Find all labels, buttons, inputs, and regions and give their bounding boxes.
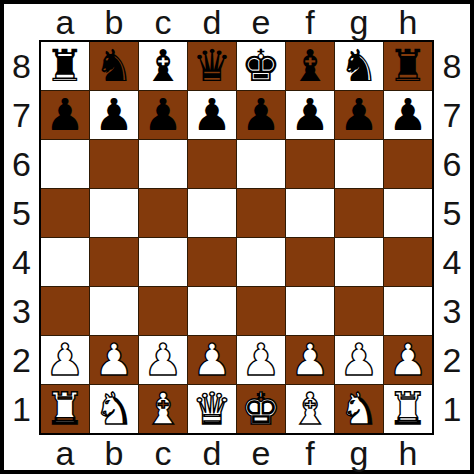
black-rook: ♜: [45, 44, 84, 88]
black-bishop: ♝: [143, 44, 182, 88]
square-e6[interactable]: [237, 140, 285, 188]
square-f1[interactable]: ♝: [286, 385, 334, 433]
square-a5[interactable]: [41, 189, 89, 237]
square-h3[interactable]: [384, 287, 432, 335]
white-bishop: ♝: [290, 387, 329, 431]
rank-label-8: 8: [434, 49, 470, 83]
black-pawn: ♟: [192, 93, 231, 137]
square-g4[interactable]: [335, 238, 383, 286]
square-g6[interactable]: [335, 140, 383, 188]
white-pawn: ♟: [143, 338, 182, 382]
square-f4[interactable]: [286, 238, 334, 286]
white-pawn: ♟: [94, 338, 133, 382]
square-f7[interactable]: ♟: [286, 91, 334, 139]
square-c5[interactable]: [139, 189, 187, 237]
black-pawn: ♟: [241, 93, 280, 137]
square-b6[interactable]: [90, 140, 138, 188]
white-bishop: ♝: [143, 387, 182, 431]
square-f3[interactable]: [286, 287, 334, 335]
square-h4[interactable]: [384, 238, 432, 286]
file-label-g: g: [335, 5, 383, 39]
square-e7[interactable]: ♟: [237, 91, 285, 139]
file-label-h: h: [384, 5, 432, 39]
white-pawn: ♟: [192, 338, 231, 382]
file-labels-bottom: abcdefgh: [39, 435, 434, 470]
rank-label-7: 7: [4, 98, 39, 132]
white-pawn: ♟: [339, 338, 378, 382]
square-a7[interactable]: ♟: [41, 91, 89, 139]
square-h2[interactable]: ♟: [384, 336, 432, 384]
file-label-f: f: [286, 436, 334, 470]
square-h1[interactable]: ♜: [384, 385, 432, 433]
board: ♜♞♝♛♚♝♞♜♟♟♟♟♟♟♟♟♟♟♟♟♟♟♟♟♜♞♝♛♚♝♞♜: [39, 40, 434, 435]
rank-label-6: 6: [4, 147, 39, 181]
rank-label-4: 4: [4, 245, 39, 279]
square-h8[interactable]: ♜: [384, 42, 432, 90]
square-c1[interactable]: ♝: [139, 385, 187, 433]
square-b4[interactable]: [90, 238, 138, 286]
black-queen: ♛: [192, 44, 231, 88]
square-g8[interactable]: ♞: [335, 42, 383, 90]
square-b1[interactable]: ♞: [90, 385, 138, 433]
square-d6[interactable]: [188, 140, 236, 188]
square-c7[interactable]: ♟: [139, 91, 187, 139]
file-label-a: a: [41, 5, 89, 39]
white-queen: ♛: [192, 387, 231, 431]
black-king: ♚: [241, 44, 280, 88]
file-label-e: e: [237, 5, 285, 39]
square-e3[interactable]: [237, 287, 285, 335]
square-h6[interactable]: [384, 140, 432, 188]
file-label-c: c: [139, 5, 187, 39]
rank-label-5: 5: [434, 196, 470, 230]
rank-label-3: 3: [434, 294, 470, 328]
square-f6[interactable]: [286, 140, 334, 188]
square-d8[interactable]: ♛: [188, 42, 236, 90]
chessboard-diagram: abcdefgh 87654321 ♜♞♝♛♚♝♞♜♟♟♟♟♟♟♟♟♟♟♟♟♟♟…: [0, 0, 474, 474]
black-bishop: ♝: [290, 44, 329, 88]
white-pawn: ♟: [45, 338, 84, 382]
black-knight: ♞: [339, 44, 378, 88]
file-label-h: h: [384, 436, 432, 470]
rank-label-1: 1: [434, 392, 470, 426]
square-c3[interactable]: [139, 287, 187, 335]
rank-label-1: 1: [4, 392, 39, 426]
rank-labels-right: 87654321: [434, 40, 470, 435]
black-pawn: ♟: [290, 93, 329, 137]
square-f8[interactable]: ♝: [286, 42, 334, 90]
square-g7[interactable]: ♟: [335, 91, 383, 139]
white-king: ♚: [241, 387, 280, 431]
white-pawn: ♟: [290, 338, 329, 382]
square-d2[interactable]: ♟: [188, 336, 236, 384]
square-d4[interactable]: [188, 238, 236, 286]
square-d5[interactable]: [188, 189, 236, 237]
file-label-a: a: [41, 436, 89, 470]
rank-label-4: 4: [434, 245, 470, 279]
file-label-b: b: [90, 436, 138, 470]
square-c8[interactable]: ♝: [139, 42, 187, 90]
square-c6[interactable]: [139, 140, 187, 188]
file-label-g: g: [335, 436, 383, 470]
rank-label-2: 2: [4, 343, 39, 377]
square-a3[interactable]: [41, 287, 89, 335]
square-e1[interactable]: ♚: [237, 385, 285, 433]
square-h7[interactable]: ♟: [384, 91, 432, 139]
black-knight: ♞: [94, 44, 133, 88]
black-pawn: ♟: [94, 93, 133, 137]
black-pawn: ♟: [388, 93, 427, 137]
square-a2[interactable]: ♟: [41, 336, 89, 384]
square-b8[interactable]: ♞: [90, 42, 138, 90]
square-b2[interactable]: ♟: [90, 336, 138, 384]
rank-label-3: 3: [4, 294, 39, 328]
square-b3[interactable]: [90, 287, 138, 335]
square-g1[interactable]: ♞: [335, 385, 383, 433]
square-d1[interactable]: ♛: [188, 385, 236, 433]
file-label-c: c: [139, 436, 187, 470]
square-a1[interactable]: ♜: [41, 385, 89, 433]
rank-label-2: 2: [434, 343, 470, 377]
square-e4[interactable]: [237, 238, 285, 286]
square-e5[interactable]: [237, 189, 285, 237]
white-rook: ♜: [45, 387, 84, 431]
black-pawn: ♟: [45, 93, 84, 137]
file-label-b: b: [90, 5, 138, 39]
file-label-f: f: [286, 5, 334, 39]
square-d3[interactable]: [188, 287, 236, 335]
square-d7[interactable]: ♟: [188, 91, 236, 139]
square-e8[interactable]: ♚: [237, 42, 285, 90]
square-b5[interactable]: [90, 189, 138, 237]
square-h5[interactable]: [384, 189, 432, 237]
file-label-d: d: [188, 5, 236, 39]
rank-label-8: 8: [4, 49, 39, 83]
square-f5[interactable]: [286, 189, 334, 237]
square-e2[interactable]: ♟: [237, 336, 285, 384]
file-labels-top: abcdefgh: [39, 4, 434, 40]
white-pawn: ♟: [241, 338, 280, 382]
square-g2[interactable]: ♟: [335, 336, 383, 384]
square-a8[interactable]: ♜: [41, 42, 89, 90]
square-f2[interactable]: ♟: [286, 336, 334, 384]
rank-labels-left: 87654321: [4, 40, 39, 435]
square-c2[interactable]: ♟: [139, 336, 187, 384]
white-pawn: ♟: [388, 338, 427, 382]
square-b7[interactable]: ♟: [90, 91, 138, 139]
file-label-d: d: [188, 436, 236, 470]
square-a4[interactable]: [41, 238, 89, 286]
black-pawn: ♟: [143, 93, 182, 137]
square-a6[interactable]: [41, 140, 89, 188]
white-rook: ♜: [388, 387, 427, 431]
white-knight: ♞: [94, 387, 133, 431]
square-g5[interactable]: [335, 189, 383, 237]
file-label-e: e: [237, 436, 285, 470]
white-knight: ♞: [339, 387, 378, 431]
black-pawn: ♟: [339, 93, 378, 137]
square-g3[interactable]: [335, 287, 383, 335]
rank-label-5: 5: [4, 196, 39, 230]
black-rook: ♜: [388, 44, 427, 88]
rank-label-6: 6: [434, 147, 470, 181]
rank-label-7: 7: [434, 98, 470, 132]
square-c4[interactable]: [139, 238, 187, 286]
